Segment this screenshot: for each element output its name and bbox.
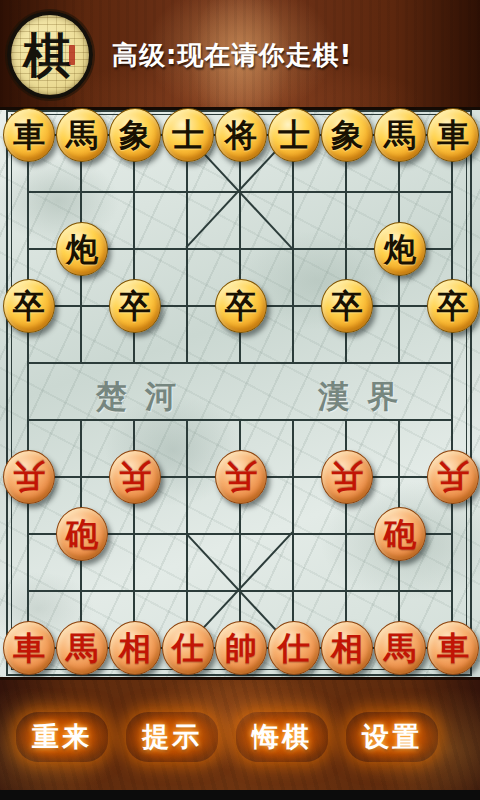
piece-black-士-r0c3[interactable]: 士 xyxy=(162,108,214,162)
top-bar: 棋 高级:现在请你走棋! xyxy=(0,0,480,110)
piece-character: 卒 xyxy=(13,290,45,322)
piece-red-砲-r7c1[interactable]: 砲 xyxy=(56,507,108,561)
piece-red-相-r9c2[interactable]: 相 xyxy=(109,621,161,675)
piece-character: 卒 xyxy=(225,290,257,322)
piece-black-車-r0c0[interactable]: 車 xyxy=(3,108,55,162)
piece-red-帥-r9c4[interactable]: 帥 xyxy=(215,621,267,675)
piece-red-馬-r9c7[interactable]: 馬 xyxy=(374,621,426,675)
piece-character: 砲 xyxy=(66,518,98,550)
piece-character: 兵 xyxy=(13,461,45,493)
piece-character: 将 xyxy=(225,119,257,151)
piece-character: 兵 xyxy=(225,461,257,493)
piece-character: 象 xyxy=(331,119,363,151)
board-line xyxy=(27,134,29,649)
piece-red-車-r9c0[interactable]: 車 xyxy=(3,621,55,675)
piece-red-仕-r9c3[interactable]: 仕 xyxy=(162,621,214,675)
piece-character: 炮 xyxy=(66,233,98,265)
piece-character: 車 xyxy=(437,119,469,151)
bottom-bar: 重来 提示 悔棋 设置 xyxy=(0,677,480,800)
piece-black-馬-r0c1[interactable]: 馬 xyxy=(56,108,108,162)
piece-red-兵-r6c6[interactable]: 兵 xyxy=(321,450,373,504)
board-line xyxy=(186,134,188,364)
piece-black-卒-r3c2[interactable]: 卒 xyxy=(109,279,161,333)
piece-character: 馬 xyxy=(384,632,416,664)
xiangqi-board[interactable]: 楚河 漢界 車馬象士将士象馬車炮炮卒卒卒卒卒兵兵兵兵兵砲砲車馬相仕帥仕相馬車 xyxy=(0,110,480,677)
bottom-black-strip xyxy=(0,790,480,800)
piece-character: 馬 xyxy=(66,119,98,151)
piece-character: 車 xyxy=(13,632,45,664)
piece-character: 士 xyxy=(278,119,310,151)
piece-character: 卒 xyxy=(119,290,151,322)
piece-character: 相 xyxy=(331,632,363,664)
piece-black-卒-r3c4[interactable]: 卒 xyxy=(215,279,267,333)
piece-red-砲-r7c7[interactable]: 砲 xyxy=(374,507,426,561)
board-line xyxy=(451,134,453,649)
restart-button[interactable]: 重来 xyxy=(16,712,108,762)
piece-red-兵-r6c0[interactable]: 兵 xyxy=(3,450,55,504)
piece-character: 相 xyxy=(119,632,151,664)
hint-button[interactable]: 提示 xyxy=(126,712,218,762)
piece-character: 車 xyxy=(437,632,469,664)
piece-character: 炮 xyxy=(384,233,416,265)
app-logo: 棋 xyxy=(7,11,93,99)
piece-character: 兵 xyxy=(437,461,469,493)
piece-red-兵-r6c2[interactable]: 兵 xyxy=(109,450,161,504)
piece-black-炮-r2c1[interactable]: 炮 xyxy=(56,222,108,276)
board-line xyxy=(292,134,294,364)
piece-black-将-r0c4[interactable]: 将 xyxy=(215,108,267,162)
piece-black-炮-r2c7[interactable]: 炮 xyxy=(374,222,426,276)
undo-button[interactable]: 悔棋 xyxy=(236,712,328,762)
game-buttons-row: 重来 提示 悔棋 设置 xyxy=(16,712,438,762)
piece-character: 仕 xyxy=(278,632,310,664)
logo-seal-mark xyxy=(69,45,75,65)
piece-black-象-r0c2[interactable]: 象 xyxy=(109,108,161,162)
piece-black-車-r0c8[interactable]: 車 xyxy=(427,108,479,162)
piece-red-馬-r9c1[interactable]: 馬 xyxy=(56,621,108,675)
piece-character: 士 xyxy=(172,119,204,151)
piece-character: 兵 xyxy=(119,461,151,493)
piece-red-兵-r6c4[interactable]: 兵 xyxy=(215,450,267,504)
piece-black-士-r0c5[interactable]: 士 xyxy=(268,108,320,162)
status-message: 高级:现在请你走棋! xyxy=(112,38,352,73)
piece-character: 車 xyxy=(13,119,45,151)
piece-character: 兵 xyxy=(331,461,363,493)
piece-character: 卒 xyxy=(331,290,363,322)
piece-character: 仕 xyxy=(172,632,204,664)
board-line xyxy=(292,419,294,649)
xiangqi-app: 棋 高级:现在请你走棋! 楚河 漢界 車馬象士将士象馬車炮炮卒卒卒卒卒兵兵兵兵兵… xyxy=(0,0,480,800)
piece-character: 馬 xyxy=(66,632,98,664)
piece-character: 象 xyxy=(119,119,151,151)
piece-character: 砲 xyxy=(384,518,416,550)
logo-qi-character: 棋 xyxy=(23,31,71,79)
settings-button[interactable]: 设置 xyxy=(346,712,438,762)
piece-character: 帥 xyxy=(225,632,257,664)
piece-red-車-r9c8[interactable]: 車 xyxy=(427,621,479,675)
piece-character: 馬 xyxy=(384,119,416,151)
piece-black-象-r0c6[interactable]: 象 xyxy=(321,108,373,162)
piece-black-卒-r3c8[interactable]: 卒 xyxy=(427,279,479,333)
piece-red-仕-r9c5[interactable]: 仕 xyxy=(268,621,320,675)
piece-black-卒-r3c0[interactable]: 卒 xyxy=(3,279,55,333)
piece-red-相-r9c6[interactable]: 相 xyxy=(321,621,373,675)
piece-character: 卒 xyxy=(437,290,469,322)
piece-red-兵-r6c8[interactable]: 兵 xyxy=(427,450,479,504)
piece-black-卒-r3c6[interactable]: 卒 xyxy=(321,279,373,333)
piece-black-馬-r0c7[interactable]: 馬 xyxy=(374,108,426,162)
